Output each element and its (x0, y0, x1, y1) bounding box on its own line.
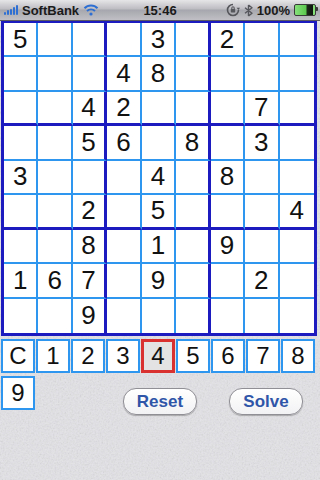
cell-r8c7[interactable] (211, 264, 245, 298)
cell-r8c3[interactable]: 7 (73, 264, 107, 298)
battery-icon (294, 4, 316, 16)
cell-r9c5[interactable] (142, 299, 176, 333)
cell-r4c9[interactable] (280, 126, 314, 160)
cell-r6c9[interactable]: 4 (280, 195, 314, 229)
cell-r1c4[interactable] (107, 23, 141, 57)
solve-button[interactable]: Solve (229, 388, 303, 415)
cell-r9c2[interactable] (38, 299, 72, 333)
cell-r1c1[interactable]: 5 (4, 23, 38, 57)
cell-r9c4[interactable] (107, 299, 141, 333)
cell-r3c5[interactable] (142, 92, 176, 126)
key-8[interactable]: 8 (281, 339, 315, 373)
key-6[interactable]: 6 (211, 339, 245, 373)
cell-r5c3[interactable] (73, 161, 107, 195)
cell-r4c8[interactable]: 3 (245, 126, 279, 160)
clock: 15:46 (0, 3, 320, 18)
cell-r5c7[interactable]: 8 (211, 161, 245, 195)
cell-r1c2[interactable] (38, 23, 72, 57)
cell-r8c6[interactable] (176, 264, 210, 298)
status-bar: SoftBank 15:46 100% (0, 0, 320, 21)
cell-r7c2[interactable] (38, 230, 72, 264)
cell-r1c7[interactable]: 2 (211, 23, 245, 57)
cell-r6c7[interactable] (211, 195, 245, 229)
cell-r2c4[interactable]: 4 (107, 57, 141, 91)
cell-r9c3[interactable]: 9 (73, 299, 107, 333)
cell-r4c5[interactable] (142, 126, 176, 160)
key-7[interactable]: 7 (246, 339, 280, 373)
cell-r9c9[interactable] (280, 299, 314, 333)
cell-r3c4[interactable]: 2 (107, 92, 141, 126)
cell-r5c1[interactable]: 3 (4, 161, 38, 195)
cell-r3c9[interactable] (280, 92, 314, 126)
cell-r6c8[interactable] (245, 195, 279, 229)
key-5[interactable]: 5 (176, 339, 210, 373)
app-screen: SoftBank 15:46 100% 53248427568334825481… (0, 0, 320, 480)
cell-r6c4[interactable] (107, 195, 141, 229)
cell-r2c5[interactable]: 8 (142, 57, 176, 91)
cell-r3c7[interactable] (211, 92, 245, 126)
key-9[interactable]: 9 (1, 376, 35, 410)
number-keypad-row1: C12345678 (1, 339, 315, 373)
cell-r7c1[interactable] (4, 230, 38, 264)
cell-r5c5[interactable]: 4 (142, 161, 176, 195)
cell-r5c4[interactable] (107, 161, 141, 195)
cell-r4c6[interactable]: 8 (176, 126, 210, 160)
cell-r7c4[interactable] (107, 230, 141, 264)
cell-r6c1[interactable] (4, 195, 38, 229)
cell-r5c6[interactable] (176, 161, 210, 195)
cell-r8c8[interactable]: 2 (245, 264, 279, 298)
cell-r7c8[interactable] (245, 230, 279, 264)
cell-r3c1[interactable] (4, 92, 38, 126)
clear-key[interactable]: C (1, 339, 35, 373)
cell-r4c1[interactable] (4, 126, 38, 160)
cell-r3c2[interactable] (38, 92, 72, 126)
cell-r2c3[interactable] (73, 57, 107, 91)
cell-r6c2[interactable] (38, 195, 72, 229)
reset-button[interactable]: Reset (123, 388, 197, 415)
cell-r7c3[interactable]: 8 (73, 230, 107, 264)
cell-r9c8[interactable] (245, 299, 279, 333)
cell-r3c3[interactable]: 4 (73, 92, 107, 126)
cell-r9c6[interactable] (176, 299, 210, 333)
cell-r4c7[interactable] (211, 126, 245, 160)
cell-r9c1[interactable] (4, 299, 38, 333)
cell-r5c9[interactable] (280, 161, 314, 195)
sudoku-board: 532484275683348254819167929 (1, 20, 317, 336)
cell-r7c9[interactable] (280, 230, 314, 264)
cell-r2c7[interactable] (211, 57, 245, 91)
cell-r6c3[interactable]: 2 (73, 195, 107, 229)
cell-r8c5[interactable]: 9 (142, 264, 176, 298)
key-4[interactable]: 4 (141, 339, 175, 373)
cell-r2c8[interactable] (245, 57, 279, 91)
cell-r8c4[interactable] (107, 264, 141, 298)
cell-r5c2[interactable] (38, 161, 72, 195)
cell-r3c8[interactable]: 7 (245, 92, 279, 126)
key-2[interactable]: 2 (71, 339, 105, 373)
cell-r1c8[interactable] (245, 23, 279, 57)
cell-r7c7[interactable]: 9 (211, 230, 245, 264)
cell-r7c5[interactable]: 1 (142, 230, 176, 264)
cell-r6c6[interactable] (176, 195, 210, 229)
cell-r4c2[interactable] (38, 126, 72, 160)
number-keypad-row2: 9 (1, 376, 35, 410)
cell-r4c4[interactable]: 6 (107, 126, 141, 160)
cell-r5c8[interactable] (245, 161, 279, 195)
cell-r8c9[interactable] (280, 264, 314, 298)
cell-r1c3[interactable] (73, 23, 107, 57)
cell-r4c3[interactable]: 5 (73, 126, 107, 160)
cell-r2c1[interactable] (4, 57, 38, 91)
cell-r8c2[interactable]: 6 (38, 264, 72, 298)
cell-r1c5[interactable]: 3 (142, 23, 176, 57)
cell-r7c6[interactable] (176, 230, 210, 264)
cell-r9c7[interactable] (211, 299, 245, 333)
cell-r2c9[interactable] (280, 57, 314, 91)
cell-r2c2[interactable] (38, 57, 72, 91)
cell-r8c1[interactable]: 1 (4, 264, 38, 298)
cell-r3c6[interactable] (176, 92, 210, 126)
cell-r1c9[interactable] (280, 23, 314, 57)
cell-r2c6[interactable] (176, 57, 210, 91)
key-1[interactable]: 1 (36, 339, 70, 373)
cell-r6c5[interactable]: 5 (142, 195, 176, 229)
key-3[interactable]: 3 (106, 339, 140, 373)
cell-r1c6[interactable] (176, 23, 210, 57)
